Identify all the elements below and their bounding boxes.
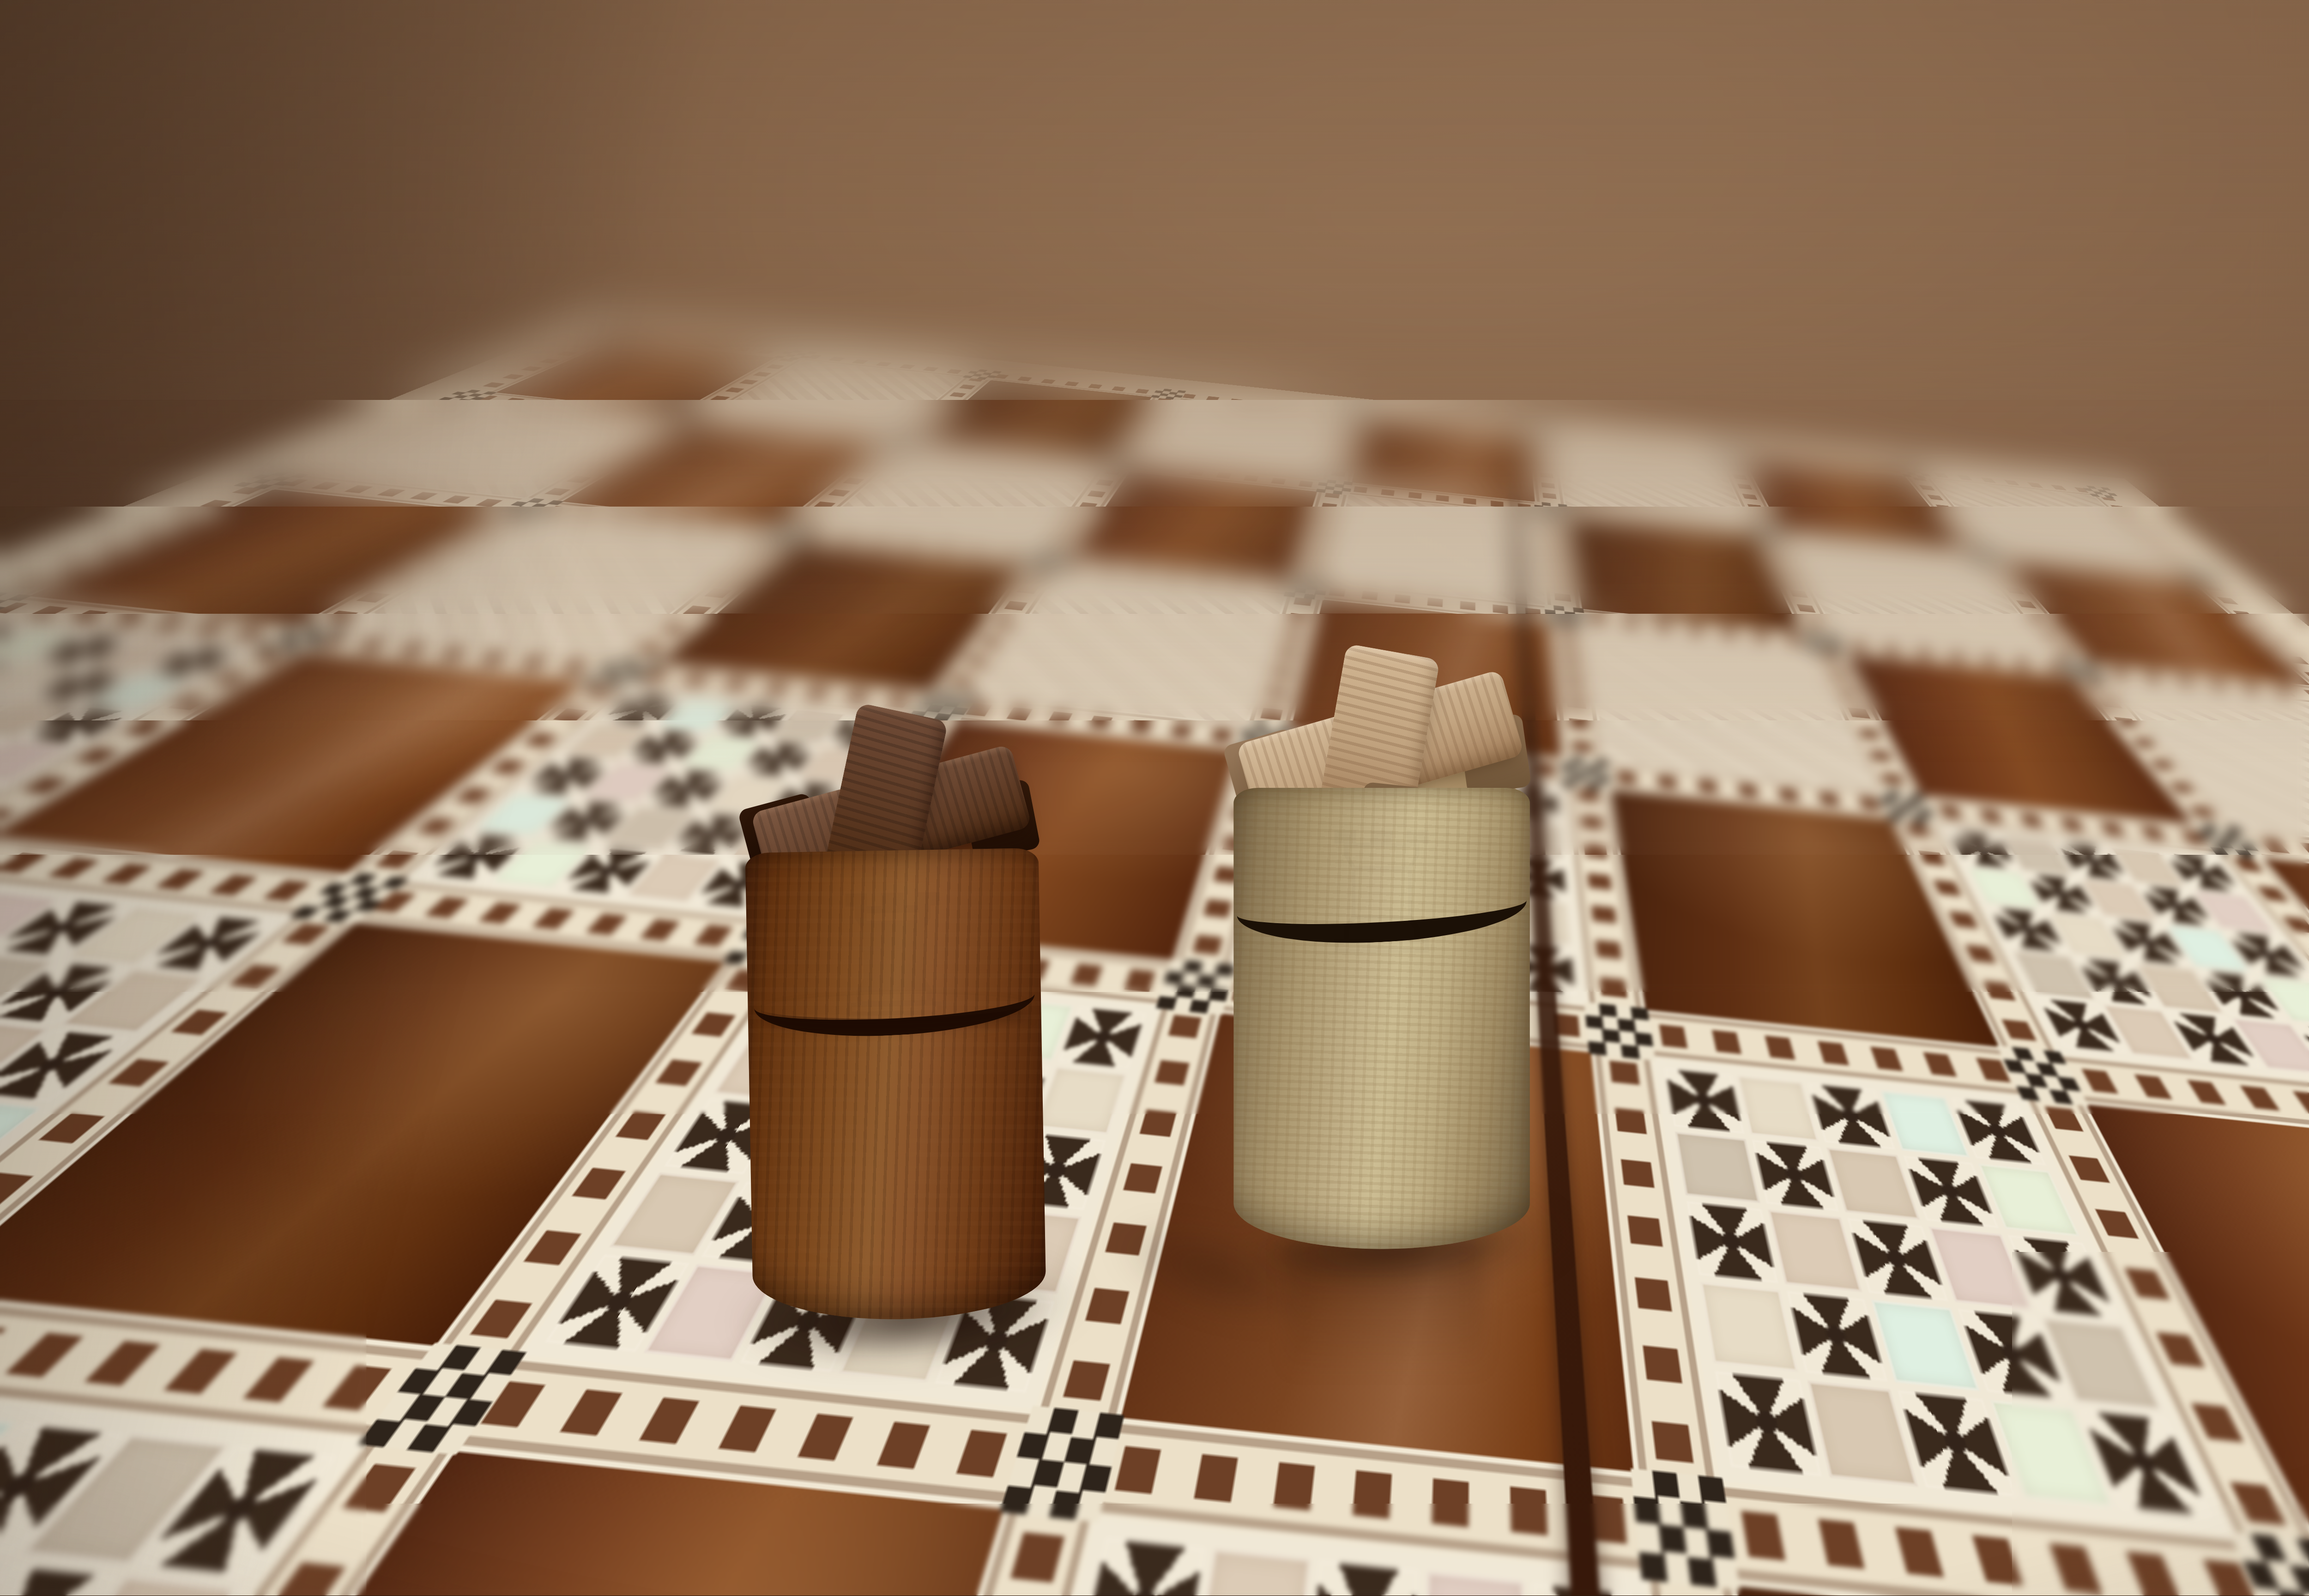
depth-blur-strip — [0, 400, 2309, 507]
white-rook-glyph: ♖ — [1306, 797, 1457, 992]
depth-blur-strip — [0, 614, 2309, 720]
white-rook-piece: ♖ — [1231, 650, 1533, 1261]
pearl-tile — [1700, 1282, 1797, 1373]
depth-blur-strip — [0, 720, 2309, 855]
star-motif-tile — [1715, 1372, 1821, 1476]
black-rook-glyph: ♜ — [816, 858, 970, 1057]
depth-blur-strip — [0, 1282, 366, 1596]
star-motif-tile — [1687, 1202, 1777, 1282]
depth-blur-strip — [0, 992, 2309, 1114]
depth-blur-strip — [2012, 1252, 2309, 1596]
depth-blur-strip — [0, 507, 2309, 614]
star-motif-tile — [1751, 1139, 1839, 1211]
pearl-tile — [1675, 1131, 1759, 1203]
pearl-tile — [1767, 1210, 1862, 1292]
scene: ♜ ♖ — [0, 0, 2309, 1596]
depth-blur-strip — [0, 0, 2309, 400]
depth-blur-strip — [0, 855, 2309, 992]
black-rook-piece: ♜ — [740, 707, 1050, 1331]
